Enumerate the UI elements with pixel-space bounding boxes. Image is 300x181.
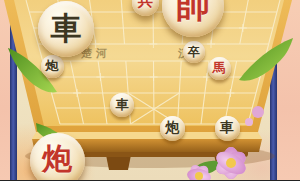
piece-black[interactable]: 炮 (160, 116, 185, 141)
piece-black[interactable]: 車 (110, 93, 134, 117)
piece-red[interactable]: 馬 (208, 57, 231, 80)
piece-red[interactable]: 兵 (132, 0, 159, 16)
piece-black[interactable]: 炮 (41, 55, 64, 78)
piece-red[interactable]: 炮 (30, 133, 85, 181)
piece-red[interactable]: 帥 (162, 0, 224, 37)
game-screen: 楚河 汉界 炮卒馬車炮車車兵帥炮 (0, 0, 300, 180)
pieces-layer: 炮卒馬車炮車車兵帥炮 (0, 0, 300, 180)
piece-black[interactable]: 車 (215, 116, 240, 141)
piece-black[interactable]: 卒 (183, 41, 205, 63)
piece-black[interactable]: 車 (38, 1, 94, 57)
